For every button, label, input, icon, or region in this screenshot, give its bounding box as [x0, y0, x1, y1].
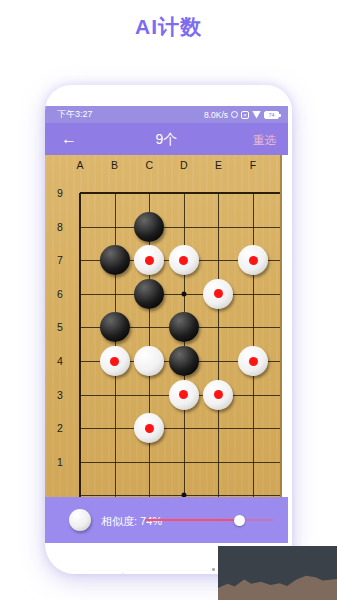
- red-mark-dot: [249, 357, 258, 366]
- status-bar: 下午3:27 8.0K/s × 74: [45, 106, 288, 123]
- slider-thumb[interactable]: [234, 515, 245, 526]
- row-label: 2: [57, 422, 63, 434]
- column-label: B: [111, 159, 118, 171]
- grid-line: [80, 462, 282, 463]
- stone-white[interactable]: [134, 413, 164, 443]
- red-mark-dot: [214, 390, 223, 399]
- column-label: D: [180, 159, 188, 171]
- grid-line: [218, 193, 219, 497]
- grid-line: [253, 193, 254, 497]
- column-label: F: [250, 159, 256, 171]
- stone-white[interactable]: [203, 380, 233, 410]
- phone-screen: 下午3:27 8.0K/s × 74 ← 9个 重选 ABCDEF9876543…: [45, 106, 288, 543]
- nav-back-icon[interactable]: [117, 573, 128, 574]
- red-mark-dot: [179, 390, 188, 399]
- row-label: 3: [57, 389, 63, 401]
- red-mark-dot: [145, 424, 154, 433]
- phone-mockup: 下午3:27 8.0K/s × 74 ← 9个 重选 ABCDEF9876543…: [45, 85, 292, 574]
- stone-black[interactable]: [169, 346, 199, 376]
- grid-line: [79, 193, 81, 497]
- corner-overlay-image: [218, 546, 337, 600]
- grid-line: [80, 227, 282, 228]
- stone-white[interactable]: [134, 245, 164, 275]
- grid-line: [80, 192, 282, 194]
- stone-black[interactable]: [134, 279, 164, 309]
- stone-white[interactable]: [238, 245, 268, 275]
- grid-line: [115, 193, 116, 497]
- stone-white[interactable]: [169, 380, 199, 410]
- red-mark-dot: [145, 256, 154, 265]
- battery-icon: 74: [264, 111, 279, 119]
- network-speed: 8.0K/s: [204, 110, 228, 120]
- terrain-silhouette: [218, 546, 337, 600]
- stone-white[interactable]: [238, 346, 268, 376]
- row-label: 6: [57, 288, 63, 300]
- red-mark-dot: [110, 357, 119, 366]
- stone-black[interactable]: [100, 312, 130, 342]
- row-label: 1: [57, 456, 63, 468]
- star-point: [181, 291, 186, 296]
- similarity-bar: 相似度: 74%: [45, 497, 288, 543]
- data-saver-icon: [231, 111, 238, 118]
- stone-white[interactable]: [134, 346, 164, 376]
- stone-black[interactable]: [169, 312, 199, 342]
- slider-active-track: [145, 519, 240, 521]
- nav-recents-icon[interactable]: [212, 568, 215, 574]
- stone-white[interactable]: [169, 245, 199, 275]
- stone-black[interactable]: [100, 245, 130, 275]
- status-time: 下午3:27: [57, 108, 93, 121]
- row-label: 5: [57, 321, 63, 333]
- no-sim-icon: ×: [241, 111, 249, 119]
- app-bar-title: 9个: [45, 131, 288, 149]
- grid-line: [184, 193, 185, 497]
- red-mark-dot: [249, 256, 258, 265]
- stone-white[interactable]: [100, 346, 130, 376]
- similarity-slider[interactable]: [145, 519, 273, 521]
- red-mark-dot: [214, 289, 223, 298]
- stone-white[interactable]: [203, 279, 233, 309]
- row-label: 8: [57, 221, 63, 233]
- row-label: 9: [57, 187, 63, 199]
- white-stone-icon: [69, 509, 91, 531]
- similarity-label: 相似度: 74%: [101, 514, 162, 529]
- app-bar: ← 9个 重选: [45, 123, 288, 155]
- column-label: C: [145, 159, 153, 171]
- red-mark-dot: [179, 256, 188, 265]
- row-label: 4: [57, 355, 63, 367]
- column-label: E: [215, 159, 222, 171]
- row-label: 7: [57, 254, 63, 266]
- go-board[interactable]: ABCDEF987654321: [45, 155, 282, 497]
- column-label: A: [76, 159, 83, 171]
- stone-black[interactable]: [134, 212, 164, 242]
- grid-line: [80, 428, 282, 429]
- page-title: AI计数: [0, 13, 337, 41]
- wifi-icon: [252, 111, 261, 119]
- reselect-button[interactable]: 重选: [253, 133, 276, 148]
